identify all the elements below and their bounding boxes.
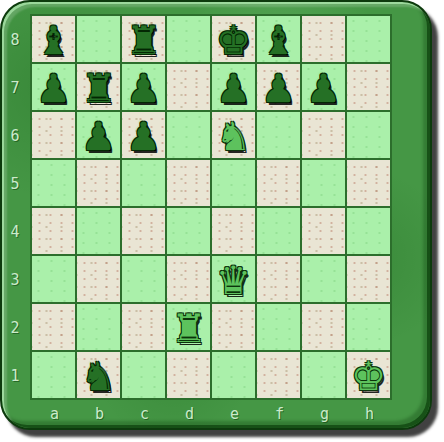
file-label-f: f: [257, 402, 302, 426]
square-f8[interactable]: ♝: [257, 16, 300, 62]
square-g4[interactable]: [302, 208, 345, 254]
square-d3[interactable]: [167, 256, 210, 302]
square-g2[interactable]: [302, 304, 345, 350]
square-a5[interactable]: [32, 160, 75, 206]
square-g5[interactable]: [302, 160, 345, 206]
square-c2[interactable]: [122, 304, 165, 350]
piece-black-pawn[interactable]: ♟: [306, 69, 341, 108]
square-b4[interactable]: [77, 208, 120, 254]
square-g3[interactable]: [302, 256, 345, 302]
square-d6[interactable]: [167, 112, 210, 158]
piece-white-king[interactable]: ♚: [351, 357, 386, 396]
square-d7[interactable]: [167, 64, 210, 110]
square-a8[interactable]: ♝: [32, 16, 75, 62]
piece-black-pawn[interactable]: ♟: [36, 69, 71, 108]
square-a2[interactable]: [32, 304, 75, 350]
square-g1[interactable]: [302, 352, 345, 398]
square-a6[interactable]: [32, 112, 75, 158]
square-f5[interactable]: [257, 160, 300, 206]
file-labels: a b c d e f g h: [32, 402, 392, 426]
square-b5[interactable]: [77, 160, 120, 206]
square-h4[interactable]: [347, 208, 390, 254]
square-h8[interactable]: [347, 16, 390, 62]
rank-labels: 8 7 6 5 4 3 2 1: [0, 16, 30, 400]
square-f6[interactable]: [257, 112, 300, 158]
square-f1[interactable]: [257, 352, 300, 398]
rank-label-7: 7: [0, 64, 30, 112]
square-d1[interactable]: [167, 352, 210, 398]
piece-black-pawn[interactable]: ♟: [81, 117, 116, 156]
piece-black-knight[interactable]: ♞: [81, 357, 116, 396]
square-e6[interactable]: ♞: [212, 112, 255, 158]
square-e7[interactable]: ♟: [212, 64, 255, 110]
piece-black-pawn[interactable]: ♟: [216, 69, 251, 108]
square-c4[interactable]: [122, 208, 165, 254]
file-label-a: a: [32, 402, 77, 426]
square-a4[interactable]: [32, 208, 75, 254]
square-c7[interactable]: ♟: [122, 64, 165, 110]
piece-white-rook[interactable]: ♜: [171, 309, 206, 348]
square-b8[interactable]: [77, 16, 120, 62]
square-a3[interactable]: [32, 256, 75, 302]
square-g7[interactable]: ♟: [302, 64, 345, 110]
file-label-b: b: [77, 402, 122, 426]
piece-black-pawn[interactable]: ♟: [126, 69, 161, 108]
square-c6[interactable]: ♟: [122, 112, 165, 158]
square-d2[interactable]: ♜: [167, 304, 210, 350]
square-g6[interactable]: [302, 112, 345, 158]
square-d4[interactable]: [167, 208, 210, 254]
piece-white-knight[interactable]: ♞: [216, 117, 251, 156]
rank-label-8: 8: [0, 16, 30, 64]
square-e4[interactable]: [212, 208, 255, 254]
square-b7[interactable]: ♜: [77, 64, 120, 110]
square-g8[interactable]: [302, 16, 345, 62]
square-e2[interactable]: [212, 304, 255, 350]
square-d5[interactable]: [167, 160, 210, 206]
rank-label-6: 6: [0, 112, 30, 160]
square-e3[interactable]: ♛: [212, 256, 255, 302]
piece-black-pawn[interactable]: ♟: [126, 117, 161, 156]
square-d8[interactable]: [167, 16, 210, 62]
square-h3[interactable]: [347, 256, 390, 302]
piece-black-rook[interactable]: ♜: [81, 69, 116, 108]
piece-black-king[interactable]: ♚: [216, 21, 251, 60]
piece-black-bishop[interactable]: ♝: [36, 21, 71, 60]
square-b2[interactable]: [77, 304, 120, 350]
rank-label-1: 1: [0, 352, 30, 400]
square-h5[interactable]: [347, 160, 390, 206]
file-label-e: e: [212, 402, 257, 426]
square-c5[interactable]: [122, 160, 165, 206]
file-label-h: h: [347, 402, 392, 426]
file-label-d: d: [167, 402, 212, 426]
rank-label-5: 5: [0, 160, 30, 208]
square-h6[interactable]: [347, 112, 390, 158]
square-h2[interactable]: [347, 304, 390, 350]
square-c8[interactable]: ♜: [122, 16, 165, 62]
rank-label-2: 2: [0, 304, 30, 352]
square-a7[interactable]: ♟: [32, 64, 75, 110]
piece-black-rook[interactable]: ♜: [126, 21, 161, 60]
square-e8[interactable]: ♚: [212, 16, 255, 62]
square-e1[interactable]: [212, 352, 255, 398]
square-b1[interactable]: ♞: [77, 352, 120, 398]
file-label-c: c: [122, 402, 167, 426]
piece-white-queen[interactable]: ♛: [216, 261, 251, 300]
rank-label-3: 3: [0, 256, 30, 304]
square-f4[interactable]: [257, 208, 300, 254]
square-b3[interactable]: [77, 256, 120, 302]
square-f2[interactable]: [257, 304, 300, 350]
square-e5[interactable]: [212, 160, 255, 206]
square-b6[interactable]: ♟: [77, 112, 120, 158]
chess-app: 8 7 6 5 4 3 2 1 ♝♜♚♝♟♜♟♟♟♟♟♟♞♛♜♞♚ a b c …: [0, 0, 444, 442]
file-label-g: g: [302, 402, 347, 426]
square-f3[interactable]: [257, 256, 300, 302]
piece-black-bishop[interactable]: ♝: [261, 21, 296, 60]
square-f7[interactable]: ♟: [257, 64, 300, 110]
piece-black-pawn[interactable]: ♟: [261, 69, 296, 108]
square-h7[interactable]: [347, 64, 390, 110]
square-c3[interactable]: [122, 256, 165, 302]
square-h1[interactable]: ♚: [347, 352, 390, 398]
chess-board: ♝♜♚♝♟♜♟♟♟♟♟♟♞♛♜♞♚: [30, 14, 392, 400]
rank-label-4: 4: [0, 208, 30, 256]
square-a1[interactable]: [32, 352, 75, 398]
square-c1[interactable]: [122, 352, 165, 398]
